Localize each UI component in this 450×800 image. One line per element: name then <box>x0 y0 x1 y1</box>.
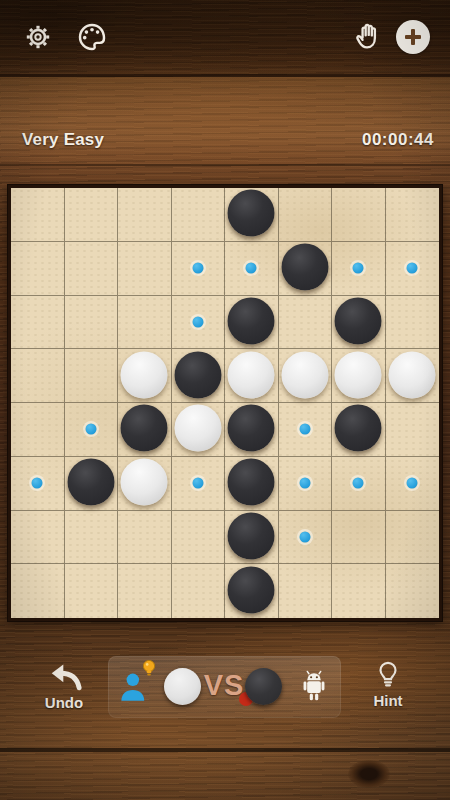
board-cell-h7[interactable] <box>386 242 440 296</box>
hint-dot <box>353 263 364 274</box>
board-cell-b4[interactable] <box>65 403 119 457</box>
board-cell-g2[interactable] <box>332 511 386 565</box>
board-cell-e5[interactable] <box>225 349 279 403</box>
black-stone <box>228 405 275 452</box>
wood-plank-highlight <box>0 77 450 164</box>
board-cell-d4[interactable] <box>172 403 226 457</box>
board-cell-b6[interactable] <box>65 296 119 350</box>
white-stone <box>389 351 436 398</box>
hint-dot <box>299 478 310 489</box>
board-cell-g4[interactable] <box>332 403 386 457</box>
board-cell-e2[interactable] <box>225 511 279 565</box>
board-cell-a3[interactable] <box>11 457 65 511</box>
white-stone-indicator <box>164 668 201 705</box>
black-stone <box>121 405 168 452</box>
board-cell-b7[interactable] <box>65 242 119 296</box>
board-cell-f5[interactable] <box>279 349 333 403</box>
black-stone <box>228 297 275 344</box>
white-stone <box>281 351 328 398</box>
black-stone <box>228 512 275 559</box>
board-cell-g6[interactable] <box>332 296 386 350</box>
board-cell-g3[interactable] <box>332 457 386 511</box>
board-cell-h2[interactable] <box>386 511 440 565</box>
board-cell-h3[interactable] <box>386 457 440 511</box>
undo-label: Undo <box>45 694 83 711</box>
board-cell-g1[interactable] <box>332 564 386 618</box>
undo-arrow-icon <box>46 661 82 691</box>
board-cell-g5[interactable] <box>332 349 386 403</box>
black-stone <box>67 459 114 506</box>
difficulty-label: Very Easy <box>22 130 104 150</box>
board-cell-d2[interactable] <box>172 511 226 565</box>
board-grid <box>11 188 439 618</box>
hint-dot <box>407 478 418 489</box>
hint-dot <box>192 478 203 489</box>
palette-icon[interactable] <box>77 22 107 52</box>
board-cell-e1[interactable] <box>225 564 279 618</box>
board-cell-e8[interactable] <box>225 188 279 242</box>
board-cell-e6[interactable] <box>225 296 279 350</box>
board-cell-b2[interactable] <box>65 511 119 565</box>
settings-gear-icon[interactable] <box>24 23 52 51</box>
board-cell-d8[interactable] <box>172 188 226 242</box>
board-cell-a5[interactable] <box>11 349 65 403</box>
board-cell-f2[interactable] <box>279 511 333 565</box>
board-cell-c6[interactable] <box>118 296 172 350</box>
board-cell-h8[interactable] <box>386 188 440 242</box>
game-timer: 00:00:44 <box>362 130 434 150</box>
white-stone <box>174 405 221 452</box>
board-cell-c8[interactable] <box>118 188 172 242</box>
hint-dot <box>407 263 418 274</box>
black-stone <box>228 567 275 614</box>
white-stone <box>335 351 382 398</box>
hint-dot <box>246 263 257 274</box>
board-cell-e4[interactable] <box>225 403 279 457</box>
black-stone <box>335 405 382 452</box>
hint-dot <box>192 263 203 274</box>
board-cell-c1[interactable] <box>118 564 172 618</box>
wood-knot <box>348 760 390 788</box>
hint-dot <box>299 424 310 435</box>
board-cell-h1[interactable] <box>386 564 440 618</box>
board-cell-a7[interactable] <box>11 242 65 296</box>
android-robot-icon <box>298 669 330 705</box>
hint-label: Hint <box>373 692 402 709</box>
board-cell-c7[interactable] <box>118 242 172 296</box>
board-cell-a6[interactable] <box>11 296 65 350</box>
board-cell-a4[interactable] <box>11 403 65 457</box>
board <box>8 185 442 621</box>
gomoku-app-screen: Very Easy 00:00:44 Undo <box>0 0 450 800</box>
board-cell-d7[interactable] <box>172 242 226 296</box>
board-cell-b3[interactable] <box>65 457 119 511</box>
board-cell-c3[interactable] <box>118 457 172 511</box>
board-cell-f7[interactable] <box>279 242 333 296</box>
board-cell-f4[interactable] <box>279 403 333 457</box>
hand-drag-icon[interactable] <box>353 21 383 53</box>
black-stone <box>228 459 275 506</box>
white-stone <box>121 351 168 398</box>
board-cell-g8[interactable] <box>332 188 386 242</box>
board-cell-b8[interactable] <box>65 188 119 242</box>
black-stone <box>281 244 328 291</box>
board-cell-e7[interactable] <box>225 242 279 296</box>
board-cell-h5[interactable] <box>386 349 440 403</box>
hint-dot <box>32 478 43 489</box>
board-cell-d6[interactable] <box>172 296 226 350</box>
board-cell-f1[interactable] <box>279 564 333 618</box>
lightbulb-small-icon <box>139 658 159 680</box>
hint-dot <box>353 478 364 489</box>
bottom-bar: Undo VS <box>0 648 450 740</box>
board-cell-c4[interactable] <box>118 403 172 457</box>
board-cell-d3[interactable] <box>172 457 226 511</box>
board-cell-f6[interactable] <box>279 296 333 350</box>
white-stone <box>228 351 275 398</box>
black-stone <box>335 297 382 344</box>
wood-seam <box>0 164 450 166</box>
board-cell-g7[interactable] <box>332 242 386 296</box>
hint-button[interactable]: Hint <box>350 659 426 709</box>
hint-dot <box>85 424 96 435</box>
board-cell-b1[interactable] <box>65 564 119 618</box>
board-cell-c2[interactable] <box>118 511 172 565</box>
board-cell-a2[interactable] <box>11 511 65 565</box>
black-stone <box>228 190 275 237</box>
white-stone <box>121 459 168 506</box>
board-cell-a8[interactable] <box>11 188 65 242</box>
board-cell-a1[interactable] <box>11 564 65 618</box>
board-cell-c5[interactable] <box>118 349 172 403</box>
hint-dot <box>192 316 203 327</box>
black-stone-indicator <box>245 668 282 705</box>
undo-button[interactable]: Undo <box>26 661 102 711</box>
board-cell-f8[interactable] <box>279 188 333 242</box>
board-cell-f3[interactable] <box>279 457 333 511</box>
board-cell-d5[interactable] <box>172 349 226 403</box>
new-game-plus-icon[interactable] <box>396 20 430 54</box>
hint-bulb-icon <box>373 659 403 689</box>
board-cell-b5[interactable] <box>65 349 119 403</box>
board-cell-d1[interactable] <box>172 564 226 618</box>
wood-seam <box>0 748 450 752</box>
board-cell-e3[interactable] <box>225 457 279 511</box>
board-cell-h4[interactable] <box>386 403 440 457</box>
board-cell-h6[interactable] <box>386 296 440 350</box>
hint-dot <box>299 531 310 542</box>
black-stone <box>174 351 221 398</box>
